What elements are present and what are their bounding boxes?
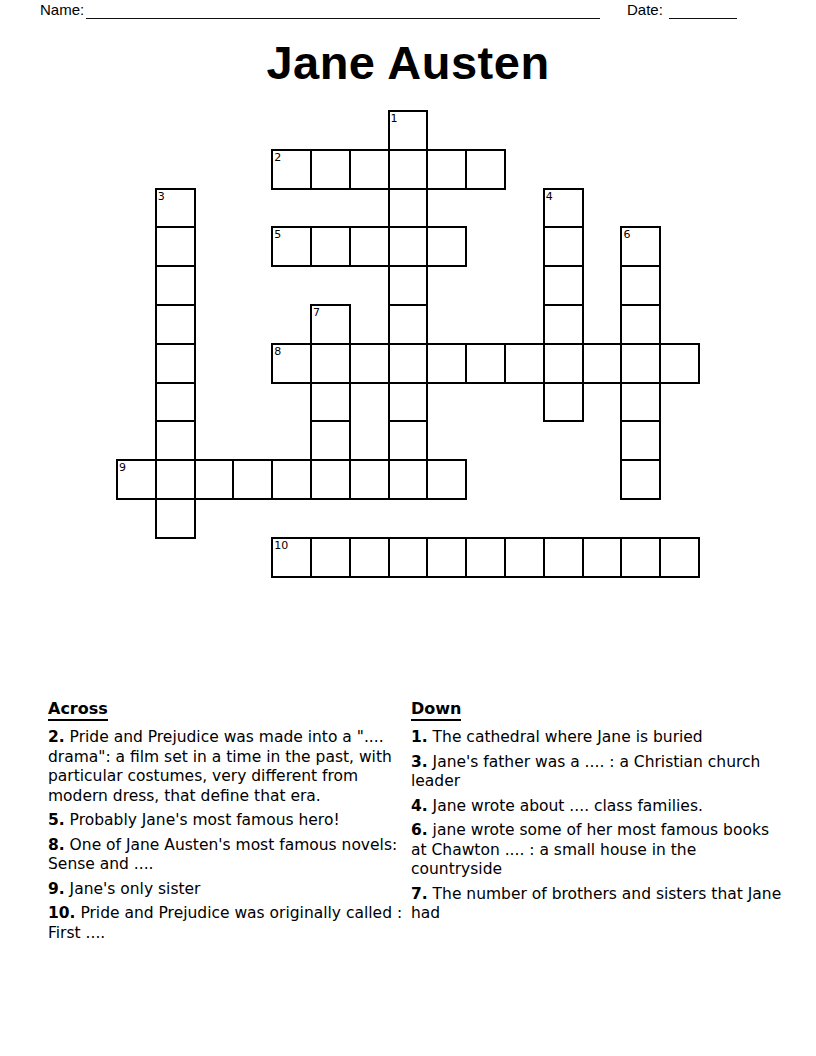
grid-cell-r11c10[interactable] bbox=[504, 537, 545, 578]
grid-cell-r8c7[interactable] bbox=[388, 420, 429, 461]
grid-cell-r1c9[interactable] bbox=[465, 149, 506, 190]
grid-cell-r9c13[interactable] bbox=[620, 459, 661, 500]
clue-down-1: 1. The cathedral where Jane is buried bbox=[411, 728, 783, 748]
grid-cell-r6c6[interactable] bbox=[349, 343, 390, 384]
clue-number-9: 9 bbox=[119, 462, 126, 473]
grid-cell-r9c1[interactable] bbox=[155, 459, 196, 500]
clue-down-3: 3. Jane's father was a .... : a Christia… bbox=[411, 753, 783, 792]
grid-cell-r6c10[interactable] bbox=[504, 343, 545, 384]
grid-cell-r5c7[interactable] bbox=[388, 304, 429, 345]
grid-cell-r5c11[interactable] bbox=[543, 304, 584, 345]
page-title: Jane Austen bbox=[0, 37, 816, 89]
grid-cell-r6c7[interactable] bbox=[388, 343, 429, 384]
grid-cell-r3c11[interactable] bbox=[543, 226, 584, 267]
grid-cell-r1c8[interactable] bbox=[426, 149, 467, 190]
down-clues-list: 1. The cathedral where Jane is buried3. … bbox=[411, 728, 783, 924]
grid-cell-r11c6[interactable] bbox=[349, 537, 390, 578]
clue-down-4: 4. Jane wrote about .... class families. bbox=[411, 797, 783, 817]
grid-cell-r1c6[interactable] bbox=[349, 149, 390, 190]
grid-cell-r1c7[interactable] bbox=[388, 149, 429, 190]
grid-cell-r8c13[interactable] bbox=[620, 420, 661, 461]
grid-cell-r2c7[interactable] bbox=[388, 188, 429, 229]
grid-cell-r11c7[interactable] bbox=[388, 537, 429, 578]
grid-cell-r7c1[interactable] bbox=[155, 382, 196, 423]
grid-cell-r7c13[interactable] bbox=[620, 382, 661, 423]
grid-cell-r6c12[interactable] bbox=[582, 343, 623, 384]
grid-cell-r1c5[interactable] bbox=[310, 149, 351, 190]
clue-number-4: 4 bbox=[546, 191, 553, 202]
grid-cell-r9c6[interactable] bbox=[349, 459, 390, 500]
clue-number-2: 2 bbox=[274, 152, 281, 163]
clue-across-5: 5. Probably Jane's most famous hero! bbox=[48, 811, 406, 831]
grid-cell-r4c13[interactable] bbox=[620, 265, 661, 306]
down-heading: Down bbox=[411, 699, 461, 721]
grid-cell-r5c13[interactable] bbox=[620, 304, 661, 345]
grid-cell-r11c14[interactable] bbox=[659, 537, 700, 578]
grid-cell-r11c11[interactable] bbox=[543, 537, 584, 578]
grid-cell-r11c8[interactable] bbox=[426, 537, 467, 578]
grid-cell-r6c5[interactable] bbox=[310, 343, 351, 384]
grid-cell-r7c7[interactable] bbox=[388, 382, 429, 423]
clue-across-8: 8. One of Jane Austen's most famous nove… bbox=[48, 836, 406, 875]
down-clues-section: Down 1. The cathedral where Jane is buri… bbox=[411, 699, 783, 929]
across-heading: Across bbox=[48, 699, 108, 721]
name-label: Name: bbox=[40, 1, 84, 18]
grid-cell-r7c5[interactable] bbox=[310, 382, 351, 423]
date-blank-line[interactable] bbox=[669, 0, 737, 19]
grid-cell-r3c5[interactable] bbox=[310, 226, 351, 267]
grid-cell-r8c5[interactable] bbox=[310, 420, 351, 461]
clue-across-2: 2. Pride and Prejudice was made into a "… bbox=[48, 728, 406, 806]
clue-across-9: 9. Jane's only sister bbox=[48, 880, 406, 900]
date-label: Date: bbox=[627, 1, 663, 18]
grid-cell-r7c11[interactable] bbox=[543, 382, 584, 423]
crossword-worksheet: { "game": "crossword", "header": { "name… bbox=[0, 0, 816, 1056]
clue-down-6: 6. jane wrote some of her most famous bo… bbox=[411, 821, 783, 880]
grid-cell-r4c11[interactable] bbox=[543, 265, 584, 306]
name-blank-line[interactable] bbox=[86, 0, 600, 19]
clue-number-10: 10 bbox=[274, 540, 288, 551]
grid-cell-r6c11[interactable] bbox=[543, 343, 584, 384]
grid-cell-r11c13[interactable] bbox=[620, 537, 661, 578]
grid-cell-r9c2[interactable] bbox=[194, 459, 235, 500]
across-clues-list: 2. Pride and Prejudice was made into a "… bbox=[48, 728, 406, 943]
crossword-grid: 12345678910 bbox=[116, 110, 700, 578]
grid-cell-r3c6[interactable] bbox=[349, 226, 390, 267]
grid-cell-r9c3[interactable] bbox=[232, 459, 273, 500]
grid-cell-r4c1[interactable] bbox=[155, 265, 196, 306]
grid-cell-r6c13[interactable] bbox=[620, 343, 661, 384]
grid-cell-r9c7[interactable] bbox=[388, 459, 429, 500]
across-clues-section: Across 2. Pride and Prejudice was made i… bbox=[48, 699, 406, 948]
grid-cell-r3c8[interactable] bbox=[426, 226, 467, 267]
grid-cell-r3c7[interactable] bbox=[388, 226, 429, 267]
clue-number-6: 6 bbox=[623, 229, 630, 240]
grid-cell-r10c1[interactable] bbox=[155, 498, 196, 539]
grid-cell-r11c12[interactable] bbox=[582, 537, 623, 578]
grid-cell-r8c1[interactable] bbox=[155, 420, 196, 461]
grid-cell-r5c1[interactable] bbox=[155, 304, 196, 345]
grid-cell-r6c14[interactable] bbox=[659, 343, 700, 384]
clue-number-7: 7 bbox=[313, 307, 320, 318]
clue-number-5: 5 bbox=[274, 229, 281, 240]
grid-cell-r11c9[interactable] bbox=[465, 537, 506, 578]
grid-cell-r6c9[interactable] bbox=[465, 343, 506, 384]
grid-cell-r4c7[interactable] bbox=[388, 265, 429, 306]
clue-across-10: 10. Pride and Prejudice was originally c… bbox=[48, 904, 406, 943]
grid-cell-r9c8[interactable] bbox=[426, 459, 467, 500]
grid-cell-r6c8[interactable] bbox=[426, 343, 467, 384]
grid-cell-r9c5[interactable] bbox=[310, 459, 351, 500]
clue-number-1: 1 bbox=[391, 113, 398, 124]
grid-cell-r3c1[interactable] bbox=[155, 226, 196, 267]
grid-cell-r6c1[interactable] bbox=[155, 343, 196, 384]
clue-down-7: 7. The number of brothers and sisters th… bbox=[411, 885, 783, 924]
clue-number-8: 8 bbox=[274, 346, 281, 357]
grid-cell-r11c5[interactable] bbox=[310, 537, 351, 578]
clue-number-3: 3 bbox=[158, 191, 165, 202]
grid-cell-r9c4[interactable] bbox=[271, 459, 312, 500]
